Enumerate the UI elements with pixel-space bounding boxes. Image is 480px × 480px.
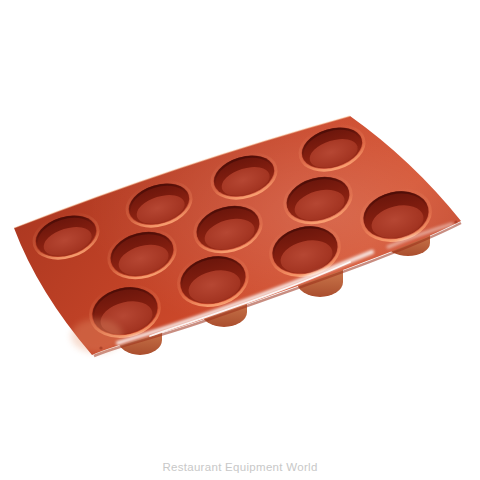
watermark-text: Restaurant Equipment World bbox=[0, 461, 480, 473]
product-photo-canvas: Restaurant Equipment World bbox=[0, 0, 480, 480]
corner-pinhole bbox=[99, 346, 102, 349]
muffin-mold-photo bbox=[0, 0, 480, 480]
corner-pinhole bbox=[454, 220, 457, 223]
corner-sheen bbox=[71, 319, 123, 353]
